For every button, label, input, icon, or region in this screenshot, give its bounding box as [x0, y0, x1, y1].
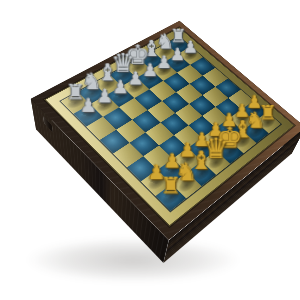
- scene-3d: ♜♞♝♛♚♝♞♜♟♟♟♟♟♟♟♟♟♟♟♟♟♟♟♟♜♞♝♛♚♝♞♜: [0, 0, 300, 300]
- chess-board: ♜♞♝♛♚♝♞♜♟♟♟♟♟♟♟♟♟♟♟♟♟♟♟♟♜♞♝♛♚♝♞♜: [44, 27, 295, 226]
- piece-silver-pawn: ♟: [80, 96, 97, 115]
- piece-silver-pawn: ♟: [156, 54, 172, 71]
- piece-silver-pawn: ♟: [128, 70, 144, 88]
- piece-silver-pawn: ♟: [170, 46, 185, 63]
- piece-silver-pawn: ♟: [142, 62, 158, 80]
- wooden-case: ♜♞♝♛♚♝♞♜♟♟♟♟♟♟♟♟♟♟♟♟♟♟♟♟♜♞♝♛♚♝♞♜: [36, 51, 292, 263]
- piece-gold-rook: ♜: [161, 174, 182, 197]
- piece-silver-pawn: ♟: [183, 39, 198, 56]
- product-photo: ♜♞♝♛♚♝♞♜♟♟♟♟♟♟♟♟♟♟♟♟♟♟♟♟♜♞♝♛♚♝♞♜: [0, 0, 300, 300]
- piece-silver-pawn: ♟: [96, 87, 113, 106]
- piece-silver-pawn: ♟: [112, 78, 128, 96]
